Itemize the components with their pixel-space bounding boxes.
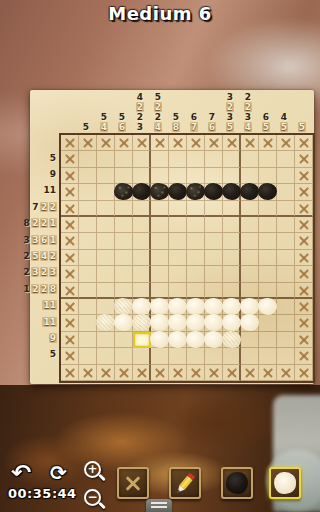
cell-r5-c12[interactable] [259,201,277,217]
cell-r13-c3[interactable] [97,332,115,348]
clue-number: 9 [49,333,57,343]
cell-r15-c4[interactable] [115,365,133,381]
cell-r9-c4[interactable] [115,266,133,282]
cell-r10-c5[interactable] [133,283,151,299]
cell-r11-c13[interactable] [277,299,295,315]
cell-r3-c7[interactable] [169,168,187,184]
white-paint-blob [204,330,224,348]
cell-r4-c1[interactable] [61,184,79,200]
cell-r12-c9[interactable] [205,315,223,331]
cell-r11-c6[interactable] [151,299,169,315]
cell-r10-c13[interactable] [277,283,295,299]
clue-number: 2 [40,218,48,228]
white-paint-blob [131,297,151,315]
cell-r4-c10[interactable] [223,184,241,200]
cell-r1-c3[interactable] [97,135,115,151]
selected-cell[interactable] [133,332,151,348]
cell-r6-c7[interactable] [169,217,187,233]
x-mark [154,367,166,379]
rowclue-r4: 11 [30,182,58,198]
black-brush-tool-button[interactable] [221,467,253,499]
cell-r13-c11[interactable] [241,332,259,348]
cell-r14-c4[interactable] [115,348,133,364]
cell-r6-c1[interactable] [61,217,79,233]
rowclue-r3: 9 [30,166,58,182]
clue-number: 4 [244,122,252,132]
cell-r2-c2[interactable] [79,151,97,167]
cell-r11-c5[interactable] [133,299,151,315]
cell-r5-c8[interactable] [187,201,205,217]
cell-r1-c9[interactable] [205,135,223,151]
cell-r15-c14[interactable] [295,365,313,381]
cell-r15-c2[interactable] [79,365,97,381]
cell-r14-c1[interactable] [61,348,79,364]
clue-number: 3 [22,235,30,245]
cell-r3-c10[interactable] [223,168,241,184]
cell-r2-c5[interactable] [133,151,151,167]
cell-r7-c7[interactable] [169,233,187,249]
cell-r15-c11[interactable] [241,365,259,381]
white-paint-blob [222,314,242,332]
clue-number: 2 [22,267,30,277]
cell-r8-c1[interactable] [61,250,79,266]
white-paint-blob [114,314,134,332]
cell-r12-c13[interactable] [277,315,295,331]
cell-r7-c4[interactable] [115,233,133,249]
cell-r7-c3[interactable] [97,233,115,249]
cell-r6-c11[interactable] [241,217,259,233]
black-paint-blob [258,183,278,201]
x-mark [64,203,76,215]
cell-r14-c13[interactable] [277,348,295,364]
cell-r1-c8[interactable] [187,135,205,151]
cell-r10-c2[interactable] [79,283,97,299]
clue-number: 6 [262,112,270,122]
timer-label: 00:35:44 [8,486,77,501]
x-mark [190,137,202,149]
cell-r9-c2[interactable] [79,266,97,282]
cell-r10-c14[interactable] [295,283,313,299]
cell-r14-c5[interactable] [133,348,151,364]
cell-r10-c12[interactable] [259,283,277,299]
clue-number: 5 [49,349,57,359]
cell-r10-c8[interactable] [187,283,205,299]
clue-number: 7 [208,112,216,122]
cell-r5-c1[interactable] [61,201,79,217]
white-paint-blob [239,314,259,332]
cell-r7-c1[interactable] [61,233,79,249]
clue-number: 1 [49,235,57,245]
cell-r8-c11[interactable] [241,250,259,266]
x-mark [262,367,274,379]
cell-r5-c6[interactable] [151,201,169,217]
x-mark [64,268,76,280]
white-paint-blob [131,314,151,332]
cell-r5-c10[interactable] [223,201,241,217]
cell-r13-c12[interactable] [259,332,277,348]
cell-r14-c11[interactable] [241,348,259,364]
cell-r9-c7[interactable] [169,266,187,282]
cell-r13-c4[interactable] [115,332,133,348]
cell-r1-c5[interactable] [133,135,151,151]
cell-r4-c5[interactable] [133,184,151,200]
colclue-c9: 76 [203,90,221,132]
black-paint-blob [150,183,170,201]
cell-r11-c14[interactable] [295,299,313,315]
cell-r4-c2[interactable] [79,184,97,200]
cell-r6-c5[interactable] [133,217,151,233]
white-paint-blob [96,314,116,332]
restart-icon[interactable]: ⟳ [50,461,67,485]
cell-r6-c4[interactable] [115,217,133,233]
cell-r1-c14[interactable] [295,135,313,151]
cell-r9-c1[interactable] [61,266,79,282]
cell-r12-c4[interactable] [115,315,133,331]
clue-number: 2 [226,102,234,112]
rowclue-r15 [30,363,58,379]
zoom-in-sign: + [86,463,99,476]
cell-r3-c12[interactable] [259,168,277,184]
cell-r15-c3[interactable] [97,365,115,381]
black-paint-blob [168,183,188,201]
clue-number: 3 [226,92,234,102]
cell-r7-c14[interactable] [295,233,313,249]
cell-r15-c7[interactable] [169,365,187,381]
cell-r7-c12[interactable] [259,233,277,249]
cell-r12-c6[interactable] [151,315,169,331]
pencil-tool-button[interactable] [169,467,201,499]
cell-r2-c3[interactable] [97,151,115,167]
clue-number: 2 [40,202,48,212]
clue-number: 5 [172,112,180,122]
cell-r13-c14[interactable] [295,332,313,348]
x-mark [298,153,310,165]
cell-r15-c8[interactable] [187,365,205,381]
cell-r4-c13[interactable] [277,184,295,200]
cell-r11-c4[interactable] [115,299,133,315]
cell-r7-c11[interactable] [241,233,259,249]
cell-r12-c8[interactable] [187,315,205,331]
clue-number: 6 [40,235,48,245]
x-mark [298,170,310,182]
cell-r8-c2[interactable] [79,250,97,266]
cell-r12-c1[interactable] [61,315,79,331]
cell-r8-c14[interactable] [295,250,313,266]
cell-r9-c3[interactable] [97,266,115,282]
cell-r4-c4[interactable] [115,184,133,200]
cell-r15-c1[interactable] [61,365,79,381]
cell-r3-c13[interactable] [277,168,295,184]
cell-r2-c4[interactable] [115,151,133,167]
cell-r14-c2[interactable] [79,348,97,364]
cell-r5-c3[interactable] [97,201,115,217]
zoom-in-icon[interactable]: + [84,461,101,478]
cell-r2-c12[interactable] [259,151,277,167]
cell-r5-c13[interactable] [277,201,295,217]
puzzle-grid[interactable] [59,133,315,383]
white-brush-tool-button[interactable] [269,467,301,499]
white-paint-blob [258,298,278,316]
cell-r12-c10[interactable] [223,315,241,331]
cell-r13-c7[interactable] [169,332,187,348]
cell-r8-c8[interactable] [187,250,205,266]
cell-r2-c8[interactable] [187,151,205,167]
cell-r8-c6[interactable] [151,250,169,266]
cell-r6-c8[interactable] [187,217,205,233]
cell-r10-c11[interactable] [241,283,259,299]
cell-r8-c3[interactable] [97,250,115,266]
clue-number: 2 [31,284,39,294]
cell-r1-c10[interactable] [223,135,241,151]
cell-r2-c13[interactable] [277,151,295,167]
rowclue-r14: 5 [30,346,58,362]
cell-r4-c3[interactable] [97,184,115,200]
cell-r3-c11[interactable] [241,168,259,184]
black-paint-blob [131,183,151,201]
zoom-out-icon[interactable]: − [84,489,101,506]
cell-r14-c8[interactable] [187,348,205,364]
cell-r3-c9[interactable] [205,168,223,184]
cell-r4-c14[interactable] [295,184,313,200]
panel-handle[interactable] [146,499,172,512]
cell-r13-c6[interactable] [151,332,169,348]
cell-r10-c7[interactable] [169,283,187,299]
cell-r8-c10[interactable] [223,250,241,266]
cell-r6-c10[interactable] [223,217,241,233]
rowclue-r6: 8221 [30,215,58,231]
clue-number: 5 [262,122,270,132]
white-paint-blob [168,298,188,316]
cell-r2-c1[interactable] [61,151,79,167]
cell-r4-c7[interactable] [169,184,187,200]
cell-r10-c3[interactable] [97,283,115,299]
cell-r13-c13[interactable] [277,332,295,348]
colclue-c3: 54 [95,90,113,132]
x-mark [298,219,310,231]
cell-r2-c10[interactable] [223,151,241,167]
cell-r5-c11[interactable] [241,201,259,217]
cell-r14-c9[interactable] [205,348,223,364]
cell-r7-c6[interactable] [151,233,169,249]
cell-r8-c7[interactable] [169,250,187,266]
x-mark [298,334,310,346]
cell-r7-c10[interactable] [223,233,241,249]
cell-r6-c14[interactable] [295,217,313,233]
cell-r13-c9[interactable] [205,332,223,348]
cell-r1-c6[interactable] [151,135,169,151]
cell-r4-c9[interactable] [205,184,223,200]
cell-r3-c8[interactable] [187,168,205,184]
cell-r15-c12[interactable] [259,365,277,381]
white-paint-blob [114,298,134,316]
x-mark [64,153,76,165]
x-mark [226,137,238,149]
x-mark [64,350,76,362]
cell-r2-c14[interactable] [295,151,313,167]
x-mark [208,367,220,379]
cell-r10-c10[interactable] [223,283,241,299]
cell-r8-c13[interactable] [277,250,295,266]
cell-r6-c2[interactable] [79,217,97,233]
rowclue-r2: 5 [30,149,58,165]
cell-r8-c4[interactable] [115,250,133,266]
cell-r7-c9[interactable] [205,233,223,249]
cell-r11-c10[interactable] [223,299,241,315]
clue-number: 2 [154,102,162,112]
cell-r9-c9[interactable] [205,266,223,282]
cell-r9-c6[interactable] [151,266,169,282]
cell-r5-c9[interactable] [205,201,223,217]
x-mark [100,367,112,379]
clue-number: 2 [136,112,144,122]
cell-r12-c5[interactable] [133,315,151,331]
cell-r1-c12[interactable] [259,135,277,151]
rowclue-r10: 1228 [30,281,58,297]
cell-r1-c11[interactable] [241,135,259,151]
cell-r9-c13[interactable] [277,266,295,282]
cell-r9-c5[interactable] [133,266,151,282]
clue-number: 11 [42,185,57,195]
cell-r7-c2[interactable] [79,233,97,249]
cell-r7-c5[interactable] [133,233,151,249]
x-mark [64,219,76,231]
colclue-c1 [59,90,77,132]
rowclue-r8: 2542 [30,248,58,264]
cell-r14-c10[interactable] [223,348,241,364]
cell-r10-c9[interactable] [205,283,223,299]
cell-r13-c8[interactable] [187,332,205,348]
cell-r10-c6[interactable] [151,283,169,299]
cell-r8-c9[interactable] [205,250,223,266]
cell-r9-c14[interactable] [295,266,313,282]
rowclue-r7: 3361 [30,231,58,247]
black-paint-blob [114,183,134,201]
cell-r15-c9[interactable] [205,365,223,381]
cell-r14-c12[interactable] [259,348,277,364]
cell-r3-c5[interactable] [133,168,151,184]
cell-r3-c1[interactable] [61,168,79,184]
cell-r13-c10[interactable] [223,332,241,348]
black-paint-blob [185,183,205,201]
cell-r6-c9[interactable] [205,217,223,233]
white-paint-blob [150,314,170,332]
cell-r11-c2[interactable] [79,299,97,315]
clue-number: 2 [244,102,252,112]
x-marker-tool-button[interactable] [117,467,149,499]
undo-icon[interactable]: ↶ [11,460,31,485]
cell-r7-c13[interactable] [277,233,295,249]
cell-r1-c2[interactable] [79,135,97,151]
cell-r6-c3[interactable] [97,217,115,233]
cell-r7-c8[interactable] [187,233,205,249]
cell-r11-c12[interactable] [259,299,277,315]
colclue-c5: 4223 [131,90,149,132]
x-mark [136,137,148,149]
cell-r11-c9[interactable] [205,299,223,315]
cell-r11-c1[interactable] [61,299,79,315]
cell-r12-c3[interactable] [97,315,115,331]
cell-r15-c13[interactable] [277,365,295,381]
clue-number: 2 [244,92,252,102]
cell-r4-c8[interactable] [187,184,205,200]
cell-r8-c5[interactable] [133,250,151,266]
clue-number: 1 [49,218,57,228]
cell-r1-c13[interactable] [277,135,295,151]
cell-r15-c6[interactable] [151,365,169,381]
cell-r5-c2[interactable] [79,201,97,217]
cell-r3-c14[interactable] [295,168,313,184]
cell-r9-c11[interactable] [241,266,259,282]
clue-number: 11 [42,317,57,327]
cell-r4-c11[interactable] [241,184,259,200]
cell-r14-c3[interactable] [97,348,115,364]
cell-r9-c10[interactable] [223,266,241,282]
cell-r13-c2[interactable] [79,332,97,348]
cell-r2-c9[interactable] [205,151,223,167]
x-mark [118,367,130,379]
cell-r2-c6[interactable] [151,151,169,167]
cell-r1-c7[interactable] [169,135,187,151]
cell-r9-c8[interactable] [187,266,205,282]
cell-r5-c7[interactable] [169,201,187,217]
cell-r6-c13[interactable] [277,217,295,233]
cell-r1-c4[interactable] [115,135,133,151]
cell-r5-c14[interactable] [295,201,313,217]
cell-r6-c6[interactable] [151,217,169,233]
cell-r3-c6[interactable] [151,168,169,184]
cell-r8-c12[interactable] [259,250,277,266]
cell-r14-c14[interactable] [295,348,313,364]
black-paint-blob [239,183,259,201]
cell-r3-c4[interactable] [115,168,133,184]
cell-r14-c7[interactable] [169,348,187,364]
cell-r12-c14[interactable] [295,315,313,331]
cell-r15-c10[interactable] [223,365,241,381]
rowclue-r9: 2323 [30,264,58,280]
cell-r5-c4[interactable] [115,201,133,217]
cell-r3-c2[interactable] [79,168,97,184]
cell-r4-c6[interactable] [151,184,169,200]
x-mark [298,268,310,280]
cell-r12-c7[interactable] [169,315,187,331]
cell-r12-c2[interactable] [79,315,97,331]
cell-r6-c12[interactable] [259,217,277,233]
cell-r12-c11[interactable] [241,315,259,331]
cell-r2-c7[interactable] [169,151,187,167]
cell-r11-c7[interactable] [169,299,187,315]
white-paint-blob [150,298,170,316]
cell-r9-c12[interactable] [259,266,277,282]
white-paint-blob [222,330,242,348]
cell-r10-c4[interactable] [115,283,133,299]
cell-r10-c1[interactable] [61,283,79,299]
clue-number: 3 [136,122,144,132]
cell-r11-c3[interactable] [97,299,115,315]
clue-number: 4 [280,112,288,122]
cell-r5-c5[interactable] [133,201,151,217]
clue-number: 2 [40,284,48,294]
cell-r15-c5[interactable] [133,365,151,381]
cell-r12-c12[interactable] [259,315,277,331]
cell-r14-c6[interactable] [151,348,169,364]
x-mark [82,137,94,149]
cell-r3-c3[interactable] [97,168,115,184]
white-paint-blob [222,298,242,316]
cell-r2-c11[interactable] [241,151,259,167]
cell-r1-c1[interactable] [61,135,79,151]
cell-r4-c12[interactable] [259,184,277,200]
cell-r13-c1[interactable] [61,332,79,348]
